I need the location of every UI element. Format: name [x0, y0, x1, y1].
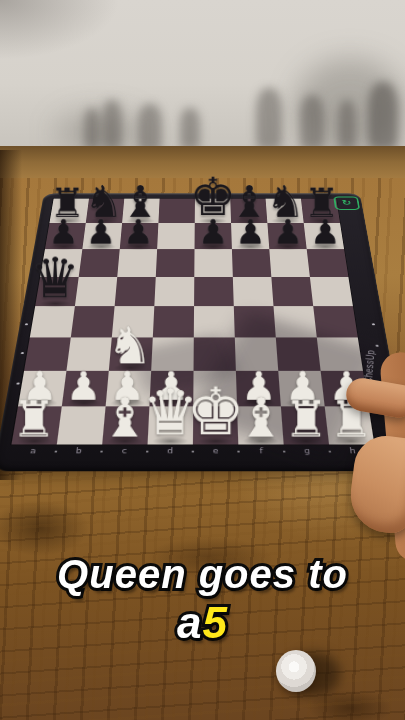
piece-glyph: ♟: [110, 216, 166, 250]
piece-glyph: ♟: [297, 216, 353, 250]
piece-glyph: ♛: [25, 251, 85, 307]
piece-shadow-on-wall: [256, 88, 282, 150]
piece-glyph: ♜: [0, 395, 68, 445]
pieces-layer: ♜♞♝♚♝♞♜♟♟♟♟♟♟♟♛♞♟♟♟♟♟♟♟♜♝♛♚♝♜♜: [0, 193, 405, 471]
wall-corner-shadow: [0, 0, 120, 60]
piece-shadow-on-wall: [180, 108, 200, 150]
video-frame: abcdefgh ↻ ≫ChessUp 1 ♜♞♝♚♝♞♜♟♟♟♟♟♟♟♛♞♟♟…: [0, 0, 405, 720]
piece-shadow-on-wall: [300, 95, 324, 150]
caption-line-2: a5: [0, 598, 405, 648]
caption-line-1: Queen goes to: [0, 552, 405, 597]
piece-shadow-on-wall: [102, 100, 122, 150]
piece-shadow-on-wall: [84, 108, 100, 150]
piece-shadow-on-wall: [338, 100, 356, 150]
piece-shadow-on-wall: [138, 104, 162, 152]
caption-square-file: a: [177, 598, 202, 647]
captured-white-pawn: [276, 650, 316, 692]
chessup-board: abcdefgh ↻ ≫ChessUp 1 ♜♞♝♚♝♞♜♟♟♟♟♟♟♟♛♞♟♟…: [0, 193, 405, 471]
piece-shadow-on-wall: [368, 82, 398, 150]
caption-square-rank: 5: [203, 598, 228, 647]
